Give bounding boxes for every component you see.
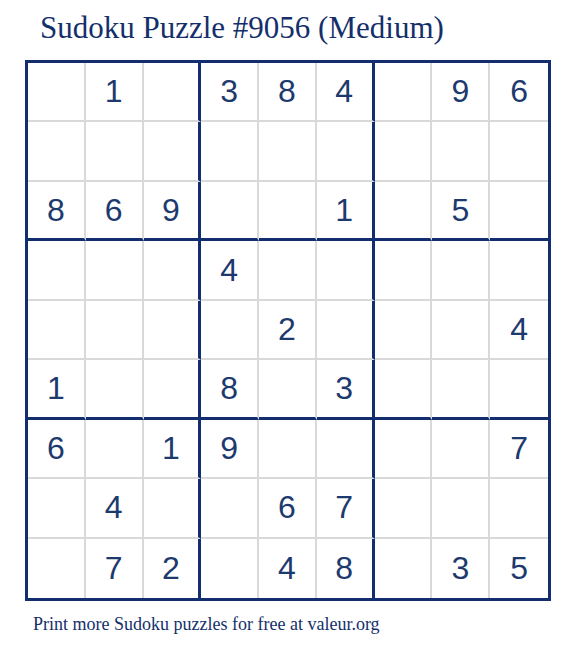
cell-r3c7[interactable] bbox=[375, 182, 433, 241]
cell-r2c2[interactable] bbox=[86, 122, 144, 181]
cell-r7c9[interactable]: 7 bbox=[490, 420, 548, 479]
cell-r8c9[interactable] bbox=[490, 479, 548, 538]
cell-r2c8[interactable] bbox=[432, 122, 490, 181]
cell-r6c1[interactable]: 1 bbox=[28, 360, 86, 419]
cell-r9c3[interactable]: 2 bbox=[144, 539, 202, 598]
cell-r8c7[interactable] bbox=[375, 479, 433, 538]
cell-r8c5[interactable]: 6 bbox=[259, 479, 317, 538]
cell-r8c2[interactable]: 4 bbox=[86, 479, 144, 538]
cell-r5c2[interactable] bbox=[86, 301, 144, 360]
cell-r2c4[interactable] bbox=[201, 122, 259, 181]
cell-r5c8[interactable] bbox=[432, 301, 490, 360]
cell-r5c5[interactable]: 2 bbox=[259, 301, 317, 360]
cell-r3c4[interactable] bbox=[201, 182, 259, 241]
cell-r2c1[interactable] bbox=[28, 122, 86, 181]
cell-r4c7[interactable] bbox=[375, 241, 433, 300]
cell-r3c3[interactable]: 9 bbox=[144, 182, 202, 241]
cell-r2c7[interactable] bbox=[375, 122, 433, 181]
cell-r4c8[interactable] bbox=[432, 241, 490, 300]
cell-r3c1[interactable]: 8 bbox=[28, 182, 86, 241]
cell-r5c6[interactable] bbox=[317, 301, 375, 360]
cell-r1c9[interactable]: 6 bbox=[490, 63, 548, 122]
cell-r6c6[interactable]: 3 bbox=[317, 360, 375, 419]
cell-r3c5[interactable] bbox=[259, 182, 317, 241]
cell-r7c4[interactable]: 9 bbox=[201, 420, 259, 479]
cell-r7c6[interactable] bbox=[317, 420, 375, 479]
cell-r2c5[interactable] bbox=[259, 122, 317, 181]
cell-r1c3[interactable] bbox=[144, 63, 202, 122]
cell-r9c4[interactable] bbox=[201, 539, 259, 598]
cell-r6c5[interactable] bbox=[259, 360, 317, 419]
cell-r8c6[interactable]: 7 bbox=[317, 479, 375, 538]
cell-r6c4[interactable]: 8 bbox=[201, 360, 259, 419]
cell-r2c3[interactable] bbox=[144, 122, 202, 181]
cell-r6c8[interactable] bbox=[432, 360, 490, 419]
cell-r6c9[interactable] bbox=[490, 360, 548, 419]
cell-r9c9[interactable]: 5 bbox=[490, 539, 548, 598]
cell-r8c8[interactable] bbox=[432, 479, 490, 538]
sudoku-board: 138496869154241836197467724835 bbox=[25, 60, 551, 601]
cell-r1c5[interactable]: 8 bbox=[259, 63, 317, 122]
cell-r5c9[interactable]: 4 bbox=[490, 301, 548, 360]
cell-r3c9[interactable] bbox=[490, 182, 548, 241]
cell-r1c1[interactable] bbox=[28, 63, 86, 122]
cell-r3c2[interactable]: 6 bbox=[86, 182, 144, 241]
cell-r9c2[interactable]: 7 bbox=[86, 539, 144, 598]
cell-r2c6[interactable] bbox=[317, 122, 375, 181]
cell-r9c7[interactable] bbox=[375, 539, 433, 598]
cell-r7c1[interactable]: 6 bbox=[28, 420, 86, 479]
sudoku-puzzle-page: Sudoku Puzzle #9056 (Medium) 13849686915… bbox=[0, 0, 574, 651]
cell-r8c3[interactable] bbox=[144, 479, 202, 538]
puzzle-title: Sudoku Puzzle #9056 (Medium) bbox=[40, 10, 444, 46]
cell-r7c5[interactable] bbox=[259, 420, 317, 479]
cell-r9c8[interactable]: 3 bbox=[432, 539, 490, 598]
cell-r6c7[interactable] bbox=[375, 360, 433, 419]
cell-r4c3[interactable] bbox=[144, 241, 202, 300]
cell-r4c4[interactable]: 4 bbox=[201, 241, 259, 300]
cell-r4c6[interactable] bbox=[317, 241, 375, 300]
cell-r8c4[interactable] bbox=[201, 479, 259, 538]
cell-r1c7[interactable] bbox=[375, 63, 433, 122]
cell-r7c2[interactable] bbox=[86, 420, 144, 479]
cell-r9c6[interactable]: 8 bbox=[317, 539, 375, 598]
cell-r7c3[interactable]: 1 bbox=[144, 420, 202, 479]
cell-r5c4[interactable] bbox=[201, 301, 259, 360]
cell-r4c1[interactable] bbox=[28, 241, 86, 300]
cell-r8c1[interactable] bbox=[28, 479, 86, 538]
cell-r5c7[interactable] bbox=[375, 301, 433, 360]
cell-r7c8[interactable] bbox=[432, 420, 490, 479]
cell-r3c8[interactable]: 5 bbox=[432, 182, 490, 241]
cell-r6c3[interactable] bbox=[144, 360, 202, 419]
cell-r1c6[interactable]: 4 bbox=[317, 63, 375, 122]
cell-r1c4[interactable]: 3 bbox=[201, 63, 259, 122]
cell-r1c2[interactable]: 1 bbox=[86, 63, 144, 122]
cell-r4c2[interactable] bbox=[86, 241, 144, 300]
cell-r4c9[interactable] bbox=[490, 241, 548, 300]
cell-r5c3[interactable] bbox=[144, 301, 202, 360]
cell-r9c5[interactable]: 4 bbox=[259, 539, 317, 598]
cell-r1c8[interactable]: 9 bbox=[432, 63, 490, 122]
cell-r5c1[interactable] bbox=[28, 301, 86, 360]
cell-r7c7[interactable] bbox=[375, 420, 433, 479]
cell-r6c2[interactable] bbox=[86, 360, 144, 419]
cell-r9c1[interactable] bbox=[28, 539, 86, 598]
cell-r4c5[interactable] bbox=[259, 241, 317, 300]
cell-r3c6[interactable]: 1 bbox=[317, 182, 375, 241]
footer-text: Print more Sudoku puzzles for free at va… bbox=[33, 614, 380, 635]
cell-r2c9[interactable] bbox=[490, 122, 548, 181]
